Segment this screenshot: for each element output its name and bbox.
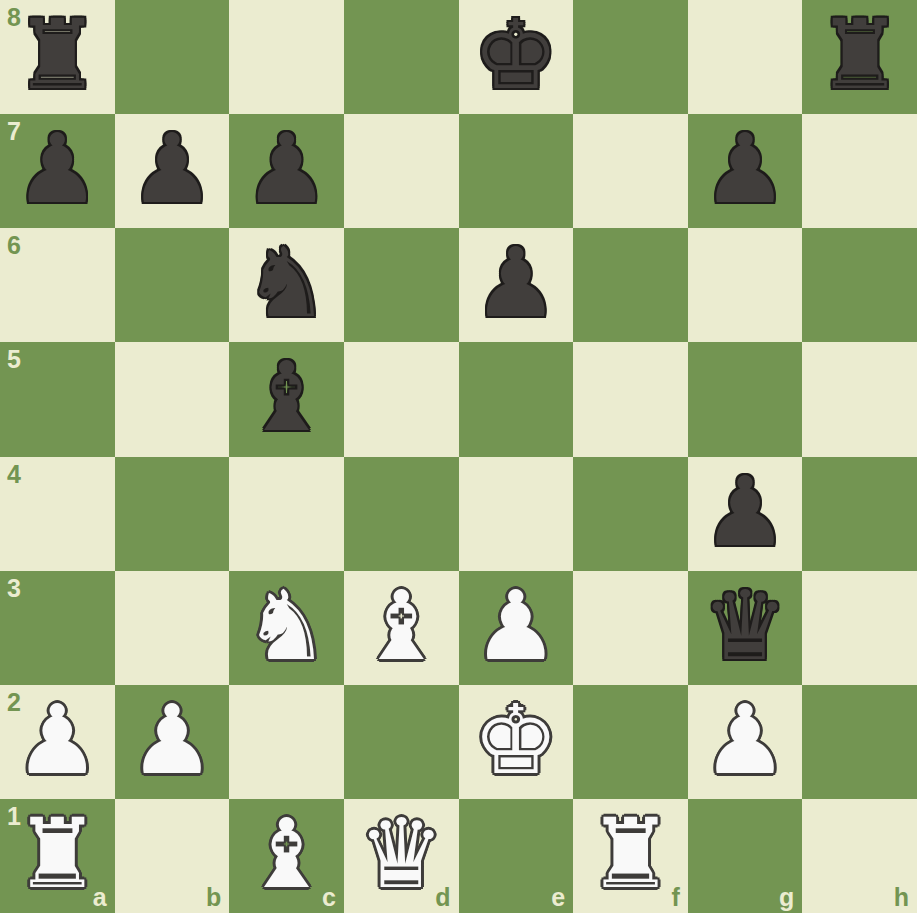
file-label-b: b: [206, 885, 221, 910]
square-d2[interactable]: [344, 685, 459, 799]
piece-white-pawn[interactable]: ♟: [14, 692, 100, 788]
square-d6[interactable]: [344, 228, 459, 342]
rank-label-4: 4: [7, 462, 21, 487]
square-f2[interactable]: [573, 685, 688, 799]
piece-white-knight[interactable]: ♞: [244, 578, 330, 674]
square-d1[interactable]: d♛: [344, 799, 459, 913]
square-e1[interactable]: e: [459, 799, 574, 913]
square-b8[interactable]: [115, 0, 230, 114]
piece-white-king[interactable]: ♚: [473, 692, 559, 788]
square-b1[interactable]: b: [115, 799, 230, 913]
piece-black-pawn[interactable]: ♟: [129, 121, 215, 217]
piece-black-king[interactable]: ♚: [473, 7, 559, 103]
square-c6[interactable]: ♞: [229, 228, 344, 342]
square-d4[interactable]: [344, 457, 459, 571]
piece-black-queen[interactable]: ♛: [702, 578, 788, 674]
square-e4[interactable]: [459, 457, 574, 571]
piece-black-rook[interactable]: ♜: [14, 7, 100, 103]
square-g7[interactable]: ♟: [688, 114, 803, 228]
square-c2[interactable]: [229, 685, 344, 799]
square-g2[interactable]: ♟: [688, 685, 803, 799]
square-g6[interactable]: [688, 228, 803, 342]
square-b6[interactable]: [115, 228, 230, 342]
square-c3[interactable]: ♞: [229, 571, 344, 685]
file-label-h: h: [894, 885, 909, 910]
square-e2[interactable]: ♚: [459, 685, 574, 799]
file-label-e: e: [551, 885, 565, 910]
square-f1[interactable]: f♜: [573, 799, 688, 913]
square-c5[interactable]: ♝: [229, 342, 344, 456]
square-a2[interactable]: 2♟: [0, 685, 115, 799]
square-h1[interactable]: h: [802, 799, 917, 913]
square-c8[interactable]: [229, 0, 344, 114]
square-g5[interactable]: [688, 342, 803, 456]
piece-black-pawn[interactable]: ♟: [702, 464, 788, 560]
square-f8[interactable]: [573, 0, 688, 114]
square-h5[interactable]: [802, 342, 917, 456]
square-f3[interactable]: [573, 571, 688, 685]
piece-black-bishop[interactable]: ♝: [244, 349, 330, 445]
square-h7[interactable]: [802, 114, 917, 228]
square-b5[interactable]: [115, 342, 230, 456]
square-a7[interactable]: 7♟: [0, 114, 115, 228]
piece-white-queen[interactable]: ♛: [358, 806, 444, 902]
square-e5[interactable]: [459, 342, 574, 456]
rank-label-5: 5: [7, 347, 21, 372]
square-b3[interactable]: [115, 571, 230, 685]
piece-black-pawn[interactable]: ♟: [473, 235, 559, 331]
piece-black-pawn[interactable]: ♟: [14, 121, 100, 217]
square-b4[interactable]: [115, 457, 230, 571]
piece-black-rook[interactable]: ♜: [817, 7, 903, 103]
square-e3[interactable]: ♟: [459, 571, 574, 685]
square-a6[interactable]: 6: [0, 228, 115, 342]
piece-white-rook[interactable]: ♜: [587, 806, 673, 902]
piece-black-knight[interactable]: ♞: [244, 235, 330, 331]
file-label-g: g: [779, 885, 794, 910]
rank-label-3: 3: [7, 576, 21, 601]
square-e8[interactable]: ♚: [459, 0, 574, 114]
piece-black-pawn[interactable]: ♟: [244, 121, 330, 217]
square-a3[interactable]: 3: [0, 571, 115, 685]
square-a5[interactable]: 5: [0, 342, 115, 456]
square-a4[interactable]: 4: [0, 457, 115, 571]
square-b7[interactable]: ♟: [115, 114, 230, 228]
square-e6[interactable]: ♟: [459, 228, 574, 342]
piece-white-pawn[interactable]: ♟: [702, 692, 788, 788]
square-a1[interactable]: 1a♜: [0, 799, 115, 913]
piece-white-bishop[interactable]: ♝: [358, 578, 444, 674]
square-g3[interactable]: ♛: [688, 571, 803, 685]
piece-white-pawn[interactable]: ♟: [473, 578, 559, 674]
square-c1[interactable]: c♝: [229, 799, 344, 913]
square-f7[interactable]: [573, 114, 688, 228]
square-h6[interactable]: [802, 228, 917, 342]
square-h8[interactable]: ♜: [802, 0, 917, 114]
square-a8[interactable]: 8♜: [0, 0, 115, 114]
square-d7[interactable]: [344, 114, 459, 228]
piece-white-rook[interactable]: ♜: [14, 806, 100, 902]
square-d8[interactable]: [344, 0, 459, 114]
square-c4[interactable]: [229, 457, 344, 571]
square-d5[interactable]: [344, 342, 459, 456]
square-h3[interactable]: [802, 571, 917, 685]
piece-white-bishop[interactable]: ♝: [244, 806, 330, 902]
square-f4[interactable]: [573, 457, 688, 571]
piece-white-pawn[interactable]: ♟: [129, 692, 215, 788]
square-c7[interactable]: ♟: [229, 114, 344, 228]
square-f5[interactable]: [573, 342, 688, 456]
square-d3[interactable]: ♝: [344, 571, 459, 685]
square-g4[interactable]: ♟: [688, 457, 803, 571]
square-f6[interactable]: [573, 228, 688, 342]
square-b2[interactable]: ♟: [115, 685, 230, 799]
square-h2[interactable]: [802, 685, 917, 799]
square-g1[interactable]: g: [688, 799, 803, 913]
square-e7[interactable]: [459, 114, 574, 228]
piece-black-pawn[interactable]: ♟: [702, 121, 788, 217]
rank-label-6: 6: [7, 233, 21, 258]
chess-board: 8♜♚♜7♟♟♟♟6♞♟5♝4♟3♞♝♟♛2♟♟♚♟1a♜bc♝d♛ef♜gh: [0, 0, 917, 913]
square-g8[interactable]: [688, 0, 803, 114]
square-h4[interactable]: [802, 457, 917, 571]
